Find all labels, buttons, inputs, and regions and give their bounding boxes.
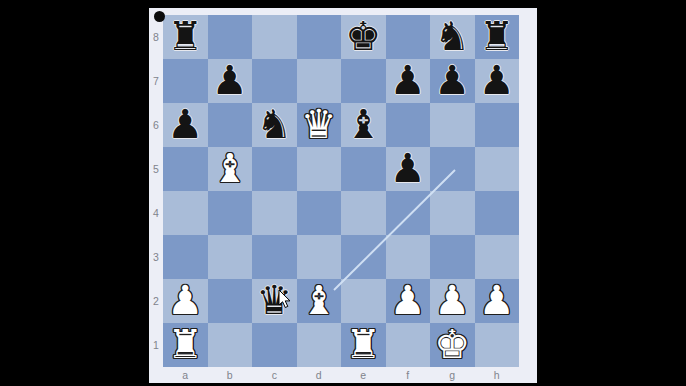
rank-label-6: 6 (149, 103, 163, 147)
square-d2[interactable]: ♝ (297, 279, 342, 323)
square-a2[interactable]: ♟ (163, 279, 208, 323)
file-label-b: b (208, 367, 253, 383)
square-g3[interactable] (430, 235, 475, 279)
piece-white-rook[interactable]: ♜ (345, 324, 381, 364)
square-h1[interactable] (475, 323, 520, 367)
piece-black-bishop[interactable]: ♝ (345, 104, 381, 144)
file-label-g: g (430, 367, 475, 383)
board: ♜♚♞♜♟♟♟♟♟♞♛♝♝♟♟♛♝♟♟♟♜♜♚ (163, 15, 519, 367)
square-f3[interactable] (386, 235, 431, 279)
square-b2[interactable] (208, 279, 253, 323)
square-a1[interactable]: ♜ (163, 323, 208, 367)
piece-black-pawn[interactable]: ♟ (167, 104, 203, 144)
square-e2[interactable] (341, 279, 386, 323)
square-h2[interactable]: ♟ (475, 279, 520, 323)
square-f4[interactable] (386, 191, 431, 235)
square-e4[interactable] (341, 191, 386, 235)
square-g5[interactable] (430, 147, 475, 191)
piece-white-bishop[interactable]: ♝ (212, 148, 248, 188)
square-h8[interactable]: ♜ (475, 15, 520, 59)
square-g7[interactable]: ♟ (430, 59, 475, 103)
square-e3[interactable] (341, 235, 386, 279)
square-b6[interactable] (208, 103, 253, 147)
square-a6[interactable]: ♟ (163, 103, 208, 147)
square-a3[interactable] (163, 235, 208, 279)
piece-black-pawn[interactable]: ♟ (479, 60, 515, 100)
piece-black-pawn[interactable]: ♟ (390, 148, 426, 188)
square-d4[interactable] (297, 191, 342, 235)
square-b4[interactable] (208, 191, 253, 235)
piece-black-pawn[interactable]: ♟ (434, 60, 470, 100)
square-f8[interactable] (386, 15, 431, 59)
square-a4[interactable] (163, 191, 208, 235)
square-g4[interactable] (430, 191, 475, 235)
square-b5[interactable]: ♝ (208, 147, 253, 191)
file-labels: abcdefgh (163, 367, 519, 383)
piece-black-king[interactable]: ♚ (345, 16, 381, 56)
rank-label-5: 5 (149, 147, 163, 191)
black-to-move-indicator (154, 11, 165, 22)
piece-white-queen[interactable]: ♛ (301, 104, 337, 144)
rank-label-2: 2 (149, 279, 163, 323)
rank-label-3: 3 (149, 235, 163, 279)
square-b8[interactable] (208, 15, 253, 59)
square-c5[interactable] (252, 147, 297, 191)
square-c7[interactable] (252, 59, 297, 103)
square-f2[interactable]: ♟ (386, 279, 431, 323)
piece-black-rook[interactable]: ♜ (167, 16, 203, 56)
square-e7[interactable] (341, 59, 386, 103)
square-d5[interactable] (297, 147, 342, 191)
rank-label-7: 7 (149, 59, 163, 103)
square-b7[interactable]: ♟ (208, 59, 253, 103)
square-g6[interactable] (430, 103, 475, 147)
file-label-f: f (386, 367, 431, 383)
square-d1[interactable] (297, 323, 342, 367)
square-c8[interactable] (252, 15, 297, 59)
app-window: ♜♚♞♜♟♟♟♟♟♞♛♝♝♟♟♛♝♟♟♟♜♜♚ 87654321 abcdefg… (0, 0, 686, 386)
square-f6[interactable] (386, 103, 431, 147)
square-e1[interactable]: ♜ (341, 323, 386, 367)
piece-white-pawn[interactable]: ♟ (167, 280, 203, 320)
square-h4[interactable] (475, 191, 520, 235)
square-d3[interactable] (297, 235, 342, 279)
square-g1[interactable]: ♚ (430, 323, 475, 367)
piece-white-pawn[interactable]: ♟ (434, 280, 470, 320)
square-g8[interactable]: ♞ (430, 15, 475, 59)
square-e8[interactable]: ♚ (341, 15, 386, 59)
square-f7[interactable]: ♟ (386, 59, 431, 103)
square-c3[interactable] (252, 235, 297, 279)
square-a7[interactable] (163, 59, 208, 103)
rank-label-4: 4 (149, 191, 163, 235)
square-f5[interactable]: ♟ (386, 147, 431, 191)
piece-white-pawn[interactable]: ♟ (390, 280, 426, 320)
square-g2[interactable]: ♟ (430, 279, 475, 323)
piece-black-queen[interactable]: ♛ (256, 280, 292, 320)
square-d8[interactable] (297, 15, 342, 59)
piece-black-pawn[interactable]: ♟ (390, 60, 426, 100)
square-a5[interactable] (163, 147, 208, 191)
square-e6[interactable]: ♝ (341, 103, 386, 147)
square-c1[interactable] (252, 323, 297, 367)
square-d6[interactable]: ♛ (297, 103, 342, 147)
square-a8[interactable]: ♜ (163, 15, 208, 59)
file-label-e: e (341, 367, 386, 383)
piece-white-bishop[interactable]: ♝ (301, 280, 337, 320)
square-f1[interactable] (386, 323, 431, 367)
square-c2[interactable]: ♛ (252, 279, 297, 323)
square-h3[interactable] (475, 235, 520, 279)
square-c6[interactable]: ♞ (252, 103, 297, 147)
piece-black-knight[interactable]: ♞ (256, 104, 292, 144)
square-e5[interactable] (341, 147, 386, 191)
piece-black-knight[interactable]: ♞ (434, 16, 470, 56)
file-label-a: a (163, 367, 208, 383)
square-d7[interactable] (297, 59, 342, 103)
file-label-c: c (252, 367, 297, 383)
piece-white-rook[interactable]: ♜ (167, 324, 203, 364)
piece-white-king[interactable]: ♚ (434, 324, 470, 364)
square-b1[interactable] (208, 323, 253, 367)
piece-black-rook[interactable]: ♜ (479, 16, 515, 56)
square-h6[interactable] (475, 103, 520, 147)
square-h5[interactable] (475, 147, 520, 191)
square-b3[interactable] (208, 235, 253, 279)
square-c4[interactable] (252, 191, 297, 235)
piece-black-pawn[interactable]: ♟ (212, 60, 248, 100)
file-label-d: d (297, 367, 342, 383)
rank-label-1: 1 (149, 323, 163, 367)
file-label-h: h (475, 367, 520, 383)
square-h7[interactable]: ♟ (475, 59, 520, 103)
piece-white-pawn[interactable]: ♟ (479, 280, 515, 320)
rank-labels: 87654321 (149, 15, 163, 367)
